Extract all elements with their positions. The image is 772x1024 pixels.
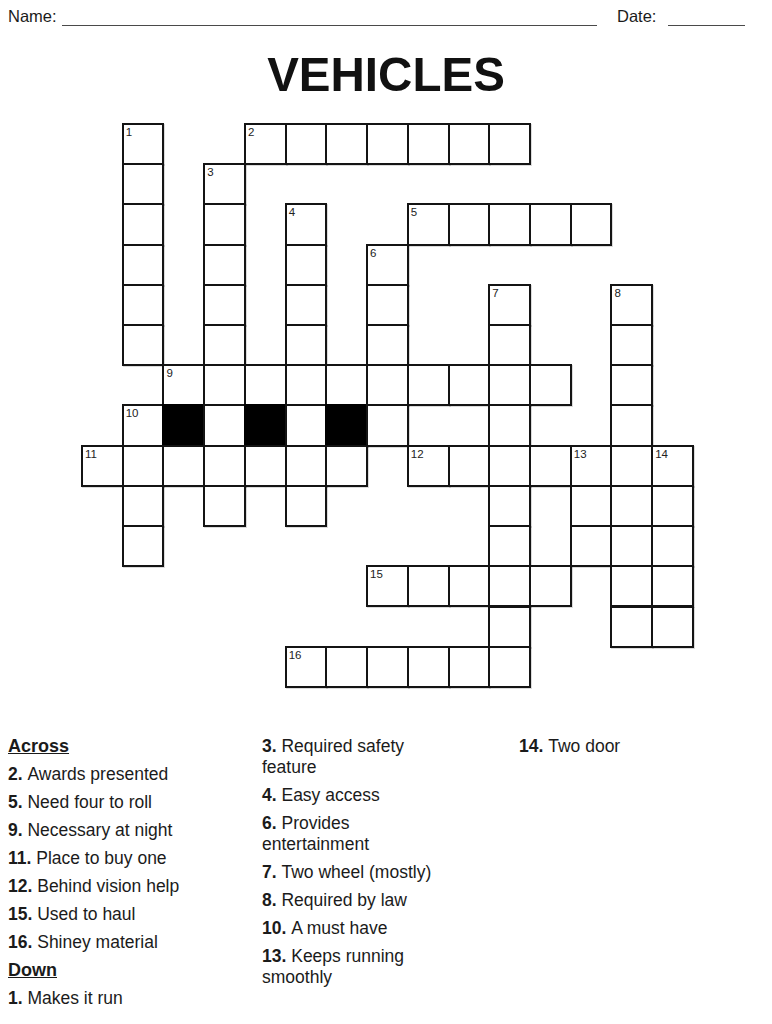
- clue-column-3: 14. Two door: [519, 736, 759, 764]
- grid-cell[interactable]: [448, 646, 491, 688]
- black-cell: [244, 404, 287, 446]
- crossword-worksheet: Name: Date: VEHICLES 1234567891011121314…: [0, 0, 772, 1024]
- grid-cell[interactable]: 6: [366, 244, 409, 286]
- grid-cell[interactable]: [448, 123, 491, 165]
- grid-cell[interactable]: [570, 203, 613, 245]
- clue-item: 6. Provides entertainment: [262, 813, 449, 855]
- grid-cell[interactable]: [488, 646, 531, 688]
- date-input-line[interactable]: [668, 24, 745, 26]
- page-title: VEHICLES: [12, 46, 761, 102]
- clue-item-number: 6.: [262, 813, 281, 833]
- grid-cell[interactable]: [122, 324, 165, 366]
- grid-cell[interactable]: [203, 324, 246, 366]
- grid-cell[interactable]: 9: [162, 364, 205, 406]
- grid-cell[interactable]: [285, 445, 328, 487]
- grid-cell[interactable]: [122, 203, 165, 245]
- grid-cell[interactable]: [610, 606, 653, 648]
- clue-number: 3: [207, 166, 213, 178]
- grid-cell[interactable]: [203, 404, 246, 446]
- grid-cell[interactable]: [529, 364, 572, 406]
- name-input-line[interactable]: [62, 24, 597, 26]
- black-cell: [162, 404, 205, 446]
- clue-item: 1. Makes it run: [8, 988, 260, 1009]
- grid-cell[interactable]: [407, 565, 450, 607]
- grid-cell[interactable]: [407, 364, 450, 406]
- clue-column-1: Across2. Awards presented5. Need four to…: [8, 736, 260, 1016]
- grid-cell[interactable]: [122, 445, 165, 487]
- clue-item-number: 7.: [262, 862, 281, 882]
- grid-cell[interactable]: [488, 123, 531, 165]
- clue-item: 3. Required safety feature: [262, 736, 449, 778]
- grid-cell[interactable]: [285, 404, 328, 446]
- grid-cell[interactable]: 5: [407, 203, 450, 245]
- grid-cell[interactable]: 13: [570, 445, 613, 487]
- grid-cell[interactable]: 14: [651, 445, 694, 487]
- black-cell: [325, 404, 368, 446]
- grid-cell[interactable]: [651, 485, 694, 527]
- grid-cell[interactable]: [610, 445, 653, 487]
- grid-cell[interactable]: [610, 485, 653, 527]
- name-label: Name:: [8, 7, 57, 26]
- clue-item: 5. Need four to roll: [8, 792, 260, 813]
- clue-item-number: 16.: [8, 932, 37, 952]
- grid-cell[interactable]: [122, 244, 165, 286]
- grid-cell[interactable]: [610, 404, 653, 446]
- clue-item-number: 14.: [519, 736, 548, 756]
- clue-item: 14. Two door: [519, 736, 759, 757]
- clue-item-number: 5.: [8, 792, 27, 812]
- grid-cell[interactable]: [203, 284, 246, 326]
- clue-number: 14: [655, 448, 668, 460]
- grid-cell[interactable]: [488, 485, 531, 527]
- clue-number: 8: [614, 287, 620, 299]
- grid-cell[interactable]: [488, 324, 531, 366]
- clue-item: 13. Keeps running smoothly: [262, 946, 449, 988]
- clue-item: 11. Place to buy one: [8, 848, 260, 869]
- grid-cell[interactable]: [285, 123, 328, 165]
- grid-cell[interactable]: [122, 284, 165, 326]
- grid-cell[interactable]: 16: [285, 646, 328, 688]
- grid-cell[interactable]: [366, 123, 409, 165]
- clue-item-number: 10.: [262, 918, 291, 938]
- worksheet-header: Name: Date:: [8, 5, 764, 27]
- grid-cell[interactable]: [162, 445, 205, 487]
- grid-cell[interactable]: [488, 606, 531, 648]
- grid-cell[interactable]: [610, 565, 653, 607]
- grid-cell[interactable]: [448, 203, 491, 245]
- clue-number: 2: [248, 126, 254, 138]
- grid-cell[interactable]: 10: [122, 404, 165, 446]
- clue-item: 8. Required by law: [262, 890, 449, 911]
- grid-cell[interactable]: [203, 244, 246, 286]
- grid-cell[interactable]: [122, 485, 165, 527]
- grid-cell[interactable]: [325, 364, 368, 406]
- crossword-grid: 12345678910111213141516: [81, 123, 693, 687]
- clue-number: 11: [85, 448, 97, 460]
- grid-cell[interactable]: [570, 525, 613, 567]
- grid-cell[interactable]: 11: [81, 445, 124, 487]
- grid-cell[interactable]: [651, 606, 694, 648]
- clue-number: 10: [126, 407, 139, 419]
- grid-cell[interactable]: [407, 123, 450, 165]
- clue-column-2: 3. Required safety feature4. Easy access…: [262, 736, 449, 995]
- grid-cell[interactable]: 3: [203, 163, 246, 205]
- grid-cell[interactable]: 1: [122, 123, 165, 165]
- grid-cell[interactable]: 12: [407, 445, 450, 487]
- grid-cell[interactable]: [610, 525, 653, 567]
- grid-cell[interactable]: 2: [244, 123, 287, 165]
- grid-cell[interactable]: [488, 404, 531, 446]
- clue-item-number: 9.: [8, 820, 27, 840]
- clue-item-number: 4.: [262, 785, 281, 805]
- clue-number: 5: [411, 206, 417, 218]
- grid-cell[interactable]: [610, 364, 653, 406]
- grid-cell[interactable]: [488, 565, 531, 607]
- clue-item: 2. Awards presented: [8, 764, 260, 785]
- grid-cell[interactable]: [325, 445, 368, 487]
- grid-cell[interactable]: [325, 123, 368, 165]
- grid-cell[interactable]: [203, 364, 246, 406]
- grid-cell[interactable]: [285, 284, 328, 326]
- grid-cell[interactable]: [203, 203, 246, 245]
- grid-cell[interactable]: [122, 163, 165, 205]
- grid-cell[interactable]: [285, 364, 328, 406]
- clue-item: 12. Behind vision help: [8, 876, 260, 897]
- grid-cell[interactable]: [366, 324, 409, 366]
- grid-cell[interactable]: [285, 244, 328, 286]
- clue-item: 7. Two wheel (mostly): [262, 862, 449, 883]
- grid-cell[interactable]: [651, 565, 694, 607]
- grid-cell[interactable]: [366, 284, 409, 326]
- clue-number: 6: [370, 247, 376, 259]
- grid-cell[interactable]: [244, 364, 287, 406]
- grid-cell[interactable]: [285, 485, 328, 527]
- grid-cell[interactable]: [366, 646, 409, 688]
- grid-cell[interactable]: [448, 565, 491, 607]
- grid-cell[interactable]: 4: [285, 203, 328, 245]
- grid-cell[interactable]: [285, 324, 328, 366]
- grid-cell[interactable]: [488, 364, 531, 406]
- clue-item-number: 8.: [262, 890, 281, 910]
- grid-cell[interactable]: [488, 203, 531, 245]
- clue-number: 13: [574, 448, 587, 460]
- date-label: Date:: [617, 7, 656, 26]
- clue-number: 12: [411, 448, 424, 460]
- clue-item-number: 13.: [262, 946, 291, 966]
- grid-cell[interactable]: 7: [488, 284, 531, 326]
- grid-cell[interactable]: [203, 445, 246, 487]
- clue-item-number: 15.: [8, 904, 37, 924]
- clue-item-number: 2.: [8, 764, 27, 784]
- clue-item-number: 11.: [8, 848, 36, 868]
- clue-number: 7: [492, 287, 498, 299]
- grid-cell[interactable]: [529, 203, 572, 245]
- grid-cell[interactable]: [448, 364, 491, 406]
- grid-cell[interactable]: [407, 646, 450, 688]
- grid-cell[interactable]: [570, 485, 613, 527]
- clue-item-number: 12.: [8, 876, 37, 896]
- across-heading: Across: [8, 736, 260, 757]
- grid-cell[interactable]: [488, 525, 531, 567]
- clue-item: 15. Used to haul: [8, 904, 260, 925]
- grid-cell[interactable]: [610, 324, 653, 366]
- grid-cell[interactable]: [366, 364, 409, 406]
- clue-item-number: 3.: [262, 736, 281, 756]
- grid-cell[interactable]: 8: [610, 284, 653, 326]
- grid-cell[interactable]: [366, 404, 409, 446]
- grid-cell[interactable]: [448, 445, 491, 487]
- clue-item-number: 1.: [8, 988, 27, 1008]
- grid-cell[interactable]: [651, 525, 694, 567]
- grid-cell[interactable]: [203, 485, 246, 527]
- grid-cell[interactable]: 15: [366, 565, 409, 607]
- grid-cell[interactable]: [244, 445, 287, 487]
- clue-number: 4: [289, 206, 295, 218]
- clue-number: 16: [289, 649, 302, 661]
- grid-cell[interactable]: [529, 445, 572, 487]
- clue-item: 4. Easy access: [262, 785, 449, 806]
- clue-item: 10. A must have: [262, 918, 449, 939]
- grid-cell[interactable]: [122, 525, 165, 567]
- clue-number: 1: [126, 126, 132, 138]
- down-heading: Down: [8, 960, 260, 981]
- clue-item: 9. Necessary at night: [8, 820, 260, 841]
- grid-cell[interactable]: [529, 565, 572, 607]
- grid-cell[interactable]: [325, 646, 368, 688]
- clue-number: 15: [370, 568, 383, 580]
- grid-cell[interactable]: [488, 445, 531, 487]
- clue-number: 9: [166, 367, 172, 379]
- clue-item: 16. Shiney material: [8, 932, 260, 953]
